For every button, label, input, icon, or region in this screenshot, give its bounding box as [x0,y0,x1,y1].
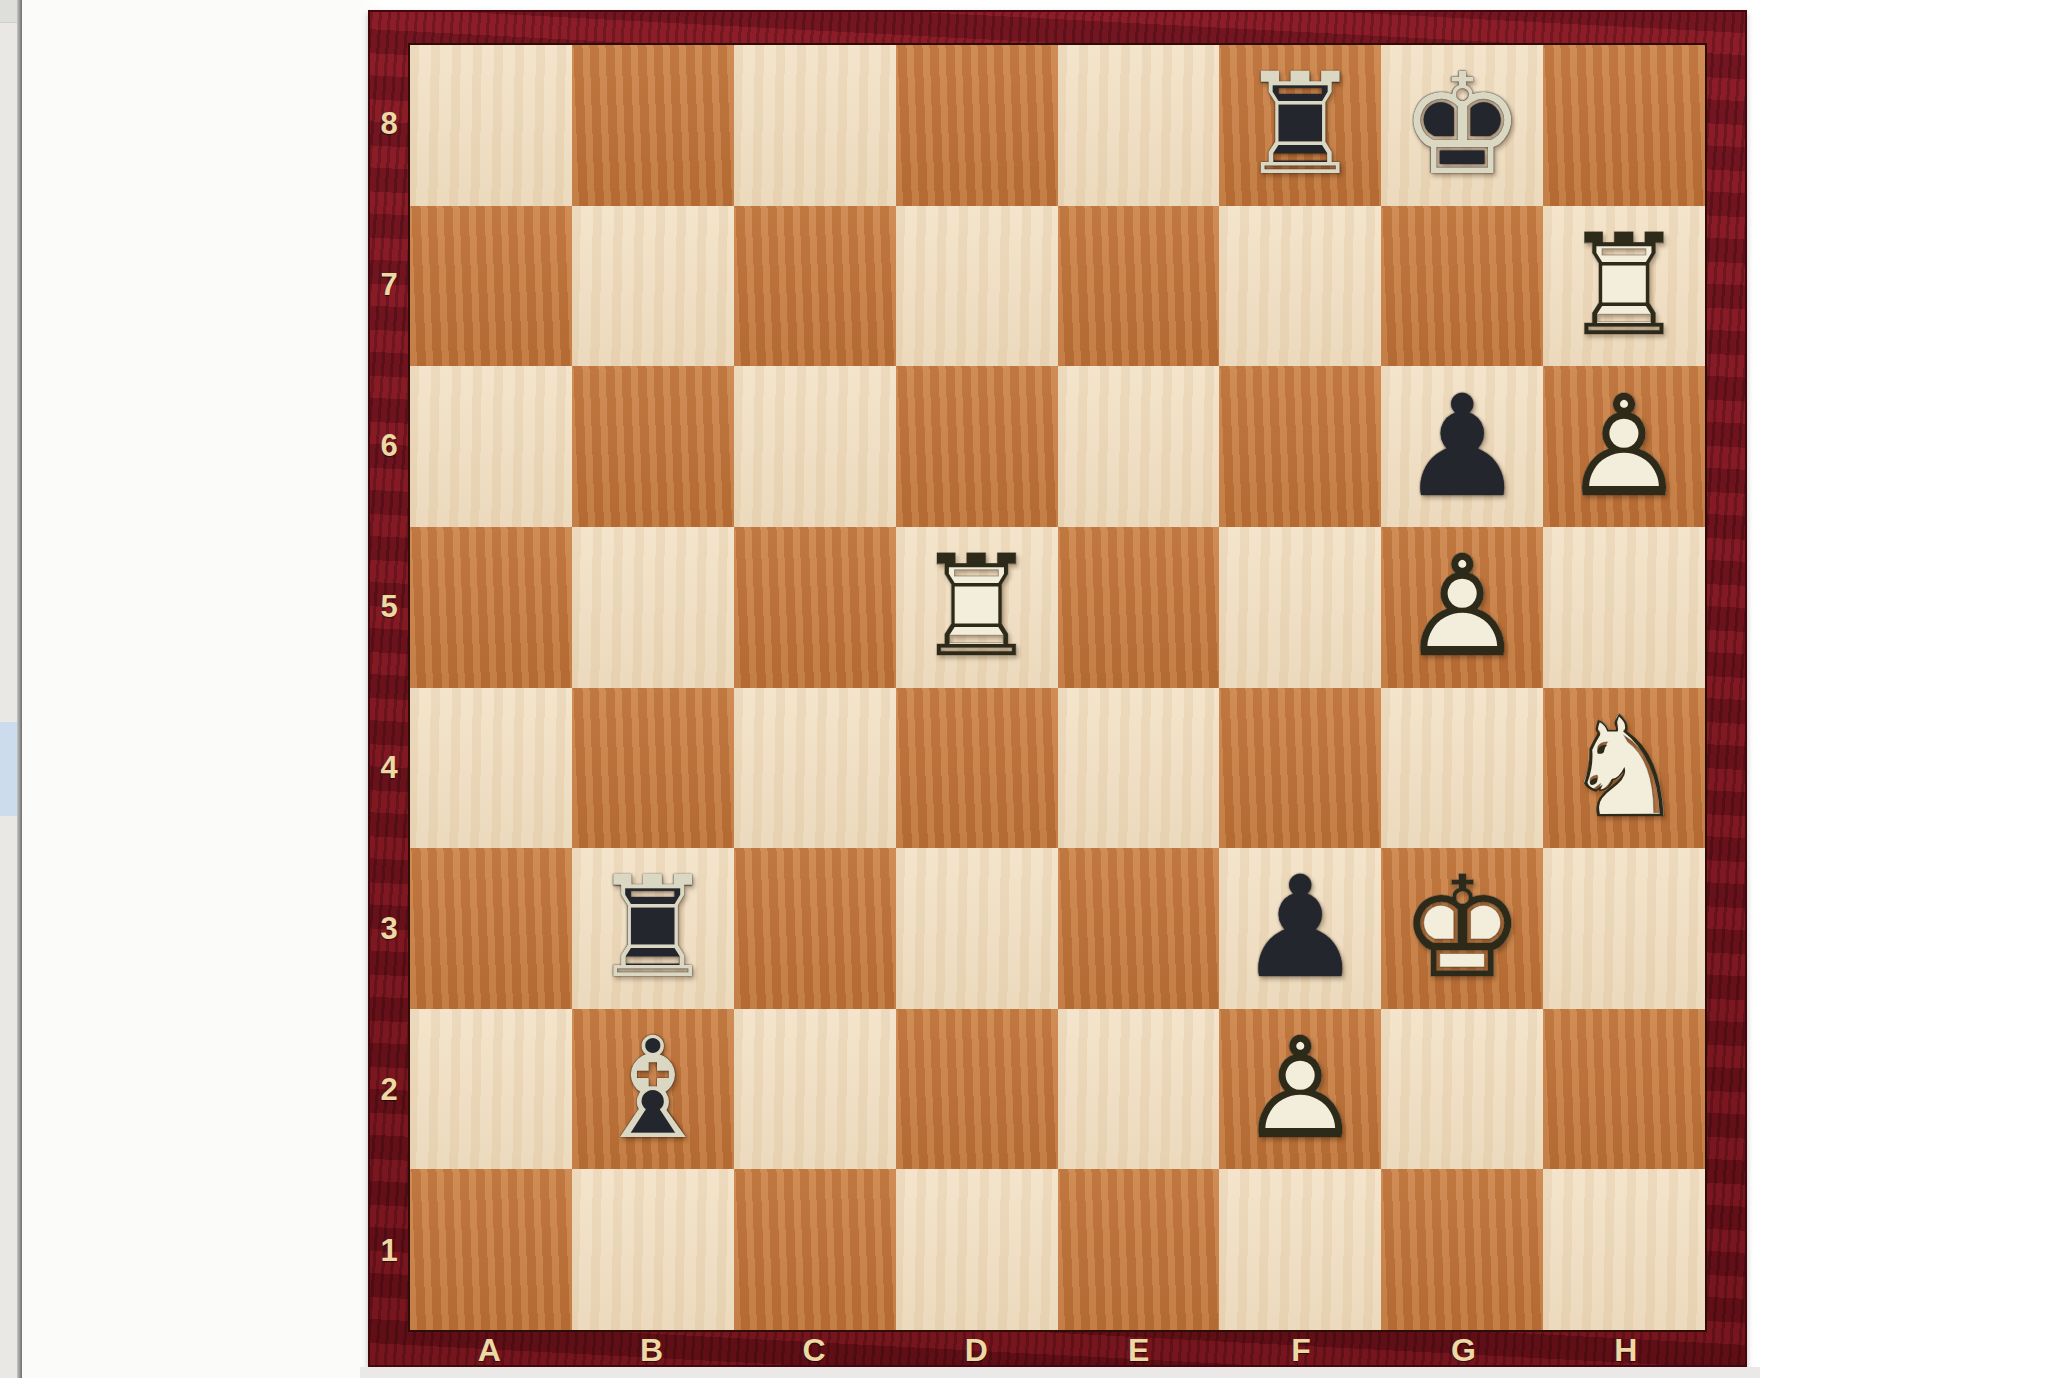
rook-outline-glyph: ♖ [1543,206,1705,367]
square-a3[interactable] [410,848,572,1009]
rank-label-7: 7 [370,204,408,365]
background-window-edge [0,0,17,1378]
square-c7[interactable] [734,206,896,367]
square-c3[interactable] [734,848,896,1009]
piece-white-king-g3[interactable]: ♚♔ [1381,848,1543,1009]
square-g6[interactable]: ♟ [1381,366,1543,527]
square-e4[interactable] [1058,688,1220,849]
knight-outline-glyph: ♘ [1543,688,1705,849]
rank-label-5: 5 [370,526,408,687]
square-f8[interactable]: ♜♖ [1219,45,1381,206]
square-d1[interactable] [896,1169,1058,1330]
square-e6[interactable] [1058,366,1220,527]
square-g5[interactable]: ♟♙ [1381,527,1543,688]
square-h2[interactable] [1543,1009,1705,1170]
square-a1[interactable] [410,1169,572,1330]
square-f5[interactable] [1219,527,1381,688]
square-c1[interactable] [734,1169,896,1330]
square-d3[interactable] [896,848,1058,1009]
square-d5[interactable]: ♜♖ [896,527,1058,688]
square-g7[interactable] [1381,206,1543,367]
square-d4[interactable] [896,688,1058,849]
square-h1[interactable] [1543,1169,1705,1330]
square-e5[interactable] [1058,527,1220,688]
square-f6[interactable] [1219,366,1381,527]
rank-labels: 87654321 [370,43,408,1332]
square-e1[interactable] [1058,1169,1220,1330]
square-b1[interactable] [572,1169,734,1330]
file-label-f: F [1220,1332,1382,1367]
square-b4[interactable] [572,688,734,849]
square-c4[interactable] [734,688,896,849]
square-f4[interactable] [1219,688,1381,849]
square-h5[interactable] [1543,527,1705,688]
square-g3[interactable]: ♚♔ [1381,848,1543,1009]
piece-black-rook-f8[interactable]: ♜♖ [1219,45,1381,206]
square-a8[interactable] [410,45,572,206]
piece-black-pawn-f3[interactable]: ♟ [1219,848,1381,1009]
square-f7[interactable] [1219,206,1381,367]
bishop-outline-glyph: ♗ [572,1009,734,1170]
square-b3[interactable]: ♜♖ [572,848,734,1009]
piece-white-pawn-h6[interactable]: ♟♙ [1543,366,1705,527]
square-g1[interactable] [1381,1169,1543,1330]
square-g8[interactable]: ♚♔ [1381,45,1543,206]
file-label-a: A [408,1332,570,1367]
king-outline-glyph: ♔ [1381,848,1543,1009]
square-d2[interactable] [896,1009,1058,1170]
square-f1[interactable] [1219,1169,1381,1330]
square-d8[interactable] [896,45,1058,206]
square-c8[interactable] [734,45,896,206]
square-f3[interactable]: ♟ [1219,848,1381,1009]
square-b6[interactable] [572,366,734,527]
square-h6[interactable]: ♟♙ [1543,366,1705,527]
piece-black-pawn-g6[interactable]: ♟ [1381,366,1543,527]
background-window-edge-cap [0,0,17,23]
rank-label-6: 6 [370,365,408,526]
square-d7[interactable] [896,206,1058,367]
square-g4[interactable] [1381,688,1543,849]
square-a7[interactable] [410,206,572,367]
file-label-d: D [895,1332,1057,1367]
file-label-c: C [733,1332,895,1367]
square-e3[interactable] [1058,848,1220,1009]
piece-white-rook-d5[interactable]: ♜♖ [896,527,1058,688]
piece-white-rook-h7[interactable]: ♜♖ [1543,206,1705,367]
file-label-g: G [1382,1332,1544,1367]
square-a5[interactable] [410,527,572,688]
background-window-highlight [0,722,17,816]
square-e8[interactable] [1058,45,1220,206]
piece-black-bishop-b2[interactable]: ♝♗ [572,1009,734,1170]
square-h3[interactable] [1543,848,1705,1009]
file-label-b: B [570,1332,732,1367]
rank-label-3: 3 [370,849,408,1010]
square-a4[interactable] [410,688,572,849]
pawn-outline-glyph: ♙ [1543,366,1705,527]
file-labels: ABCDEFGH [408,1332,1707,1367]
square-e7[interactable] [1058,206,1220,367]
square-b8[interactable] [572,45,734,206]
square-e2[interactable] [1058,1009,1220,1170]
piece-white-pawn-f2[interactable]: ♟♙ [1219,1009,1381,1170]
piece-black-rook-b3[interactable]: ♜♖ [572,848,734,1009]
board-grid: ♜♖♚♔♜♖♟♟♙♜♖♟♙♞♘♜♖♟♚♔♝♗♟♙ [408,43,1707,1332]
square-a2[interactable] [410,1009,572,1170]
square-g2[interactable] [1381,1009,1543,1170]
rank-label-8: 8 [370,43,408,204]
square-f2[interactable]: ♟♙ [1219,1009,1381,1170]
board-bottom-shadow [360,1367,1760,1378]
pawn-outline-glyph: ♙ [1219,1009,1381,1170]
file-label-h: H [1545,1332,1707,1367]
rook-outline-glyph: ♖ [1219,45,1381,206]
piece-black-king-g8[interactable]: ♚♔ [1381,45,1543,206]
square-b7[interactable] [572,206,734,367]
pawn-outline-glyph: ♙ [1381,527,1543,688]
pawn-glyph: ♟ [1219,848,1381,1009]
square-h7[interactable]: ♜♖ [1543,206,1705,367]
chess-board: 87654321 ABCDEFGH ♜♖♚♔♜♖♟♟♙♜♖♟♙♞♘♜♖♟♚♔♝♗… [368,10,1747,1367]
rank-label-1: 1 [370,1171,408,1332]
king-outline-glyph: ♔ [1381,45,1543,206]
square-d6[interactable] [896,366,1058,527]
square-c2[interactable] [734,1009,896,1170]
rook-outline-glyph: ♖ [572,848,734,1009]
piece-white-pawn-g5[interactable]: ♟♙ [1381,527,1543,688]
square-c6[interactable] [734,366,896,527]
pawn-glyph: ♟ [1381,366,1543,527]
file-label-e: E [1058,1332,1220,1367]
rank-label-4: 4 [370,688,408,849]
rook-outline-glyph: ♖ [896,527,1058,688]
square-b5[interactable] [572,527,734,688]
square-a6[interactable] [410,366,572,527]
square-b2[interactable]: ♝♗ [572,1009,734,1170]
piece-white-knight-h4[interactable]: ♞♘ [1543,688,1705,849]
square-c5[interactable] [734,527,896,688]
square-h4[interactable]: ♞♘ [1543,688,1705,849]
square-h8[interactable] [1543,45,1705,206]
rank-label-2: 2 [370,1010,408,1171]
